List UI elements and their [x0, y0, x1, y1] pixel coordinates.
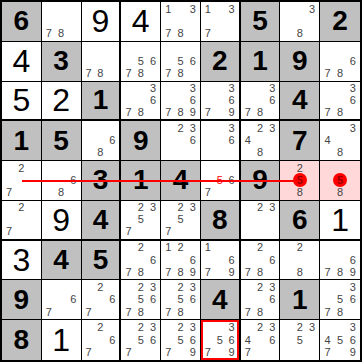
candidate-empty [83, 55, 95, 67]
candidate-empty [174, 3, 186, 15]
candidate-empty [162, 43, 174, 55]
cell-r3c6[interactable]: 3679 [201, 82, 241, 122]
candidate-6: 6 [147, 334, 159, 347]
cell-r4c8[interactable]: 7 [280, 121, 320, 161]
candidate-empty [214, 266, 226, 278]
candidate-empty [83, 321, 95, 334]
candidate-6: 6 [67, 294, 79, 306]
given-digit: 1 [133, 166, 149, 194]
candidate-3: 3 [346, 122, 359, 134]
given-digit: 2 [332, 7, 348, 35]
candidate-empty [94, 122, 106, 134]
candidate-empty [214, 242, 226, 254]
candidate-empty [254, 214, 266, 226]
cell-r1c9[interactable]: 2 [320, 2, 360, 42]
cell-r8c7[interactable]: 23678 [241, 280, 281, 320]
candidate-5: 5 [214, 174, 226, 186]
cell-r2c6[interactable]: 2 [201, 42, 241, 82]
cell-r9c1[interactable]: 8 [2, 320, 42, 360]
cell-r5c6[interactable]: 567 [201, 161, 241, 201]
given-digit: 6 [14, 7, 30, 35]
candidate-3: 3 [187, 83, 199, 95]
candidate-empty [321, 294, 334, 306]
cell-r3c4[interactable]: 3678 [121, 82, 161, 122]
candidate-empty [106, 67, 118, 79]
candidate-empty [202, 254, 214, 266]
candidate-2: 2 [15, 202, 27, 214]
candidate-empty [67, 187, 79, 199]
candidate-2: 2 [294, 162, 306, 174]
cell-r1c5[interactable]: 1378 [161, 2, 201, 42]
cell-r9c6[interactable]: 35679 [201, 320, 241, 360]
candidate-empty [242, 242, 254, 254]
cell-r6c4[interactable]: 2357 [121, 201, 161, 241]
candidate-1: 1 [202, 3, 214, 15]
candidate-8: 8 [294, 266, 306, 278]
candidate-empty [202, 147, 214, 159]
candidate-empty [281, 187, 293, 199]
candidate-7: 7 [162, 346, 174, 359]
candidate-empty [187, 226, 199, 238]
candidate-4: 4 [321, 135, 334, 147]
candidate-empty [214, 254, 226, 266]
candidate-empty [135, 83, 147, 95]
cell-r3c9[interactable]: 3678 [320, 82, 360, 122]
candidate-7: 7 [122, 266, 134, 278]
cell-r5c7[interactable]: 9 [241, 161, 281, 201]
cell-r7c2[interactable]: 4 [42, 241, 82, 281]
candidate-3: 3 [346, 321, 359, 334]
candidate-empty [15, 226, 27, 238]
cell-r1c7[interactable]: 5 [241, 2, 281, 42]
candidate-2: 2 [15, 162, 27, 174]
candidate-7: 7 [321, 266, 334, 278]
cell-r8c6[interactable]: 4 [201, 280, 241, 320]
cell-r3c5[interactable]: 36789 [161, 82, 201, 122]
candidate-empty [55, 162, 67, 174]
candidate-1: 1 [202, 242, 214, 254]
candidate-empty [162, 147, 174, 159]
cell-r5c2[interactable]: 68 [42, 161, 82, 201]
solved-digit: 4 [12, 45, 30, 77]
candidate-8: 8 [334, 67, 347, 79]
candidate-empty [214, 147, 226, 159]
candidate-grid: 36789 [162, 83, 199, 119]
candidate-empty [106, 147, 118, 159]
candidate-empty [346, 106, 359, 118]
candidate-empty [43, 294, 55, 306]
candidate-3: 3 [187, 3, 199, 15]
cell-r8c4[interactable]: 235678 [121, 280, 161, 320]
candidate-empty [122, 321, 134, 334]
candidate-empty [242, 294, 254, 306]
candidate-9: 9 [187, 266, 199, 278]
cell-r4c6[interactable]: 36 [201, 121, 241, 161]
given-digit: 2 [212, 47, 228, 75]
cell-r6c7[interactable]: 23 [241, 201, 281, 241]
candidate-empty [94, 43, 106, 55]
candidate-8: 8 [334, 147, 347, 159]
candidate-2: 2 [135, 202, 147, 214]
candidate-7: 7 [242, 266, 254, 278]
candidate-empty [321, 83, 334, 95]
candidate-7: 7 [43, 306, 55, 318]
candidate-empty [28, 202, 40, 214]
cell-r5c8[interactable]: 258 [280, 161, 320, 201]
given-digit: 5 [53, 127, 69, 155]
candidate-7: 7 [202, 28, 214, 40]
candidate-empty [242, 254, 254, 266]
candidate-grid: 235678 [162, 281, 199, 318]
candidate-empty [214, 94, 226, 106]
candidate-6: 6 [266, 94, 278, 106]
cell-r3c7[interactable]: 3678 [241, 82, 281, 122]
cell-r1c6[interactable]: 137 [201, 2, 241, 42]
candidate-grid: 27 [3, 162, 40, 199]
candidate-empty [306, 242, 318, 254]
candidate-empty [266, 147, 278, 159]
cell-r7c8[interactable]: 28 [280, 241, 320, 281]
candidate-7: 7 [83, 346, 95, 359]
candidate-empty [28, 162, 40, 174]
candidate-7: 7 [162, 106, 174, 118]
candidate-empty [214, 135, 226, 147]
given-digit: 4 [173, 166, 189, 194]
candidate-6: 6 [187, 334, 199, 347]
candidate-7: 7 [83, 306, 95, 318]
cell-r6c2[interactable]: 9 [42, 201, 82, 241]
candidate-empty [242, 214, 254, 226]
candidate-grid: 68 [83, 122, 119, 159]
candidate-3: 3 [187, 122, 199, 134]
candidate-empty [294, 254, 306, 266]
cell-r2c7[interactable]: 1 [241, 42, 281, 82]
candidate-empty [122, 334, 134, 347]
cell-r5c1[interactable]: 27 [2, 161, 42, 201]
candidate-6: 6 [187, 55, 199, 67]
candidate-5-circled: 5 [294, 174, 306, 186]
candidate-3: 3 [187, 321, 199, 334]
candidate-empty [67, 162, 79, 174]
candidate-empty [321, 43, 334, 55]
candidate-empty [266, 226, 278, 238]
candidate-8: 8 [254, 147, 266, 159]
candidate-empty [135, 226, 147, 238]
candidate-grid: 28 [281, 242, 318, 279]
candidate-empty [162, 254, 174, 266]
candidate-empty [28, 174, 40, 186]
given-digit: 1 [292, 286, 308, 314]
solved-digit: 3 [12, 244, 30, 276]
candidate-empty [202, 162, 214, 174]
given-digit: 1 [252, 47, 268, 75]
candidate-grid: 58 [321, 162, 359, 199]
candidate-8: 8 [334, 266, 347, 278]
candidate-empty [334, 122, 347, 134]
candidate-empty [334, 135, 347, 147]
given-digit: 6 [292, 206, 308, 234]
candidate-2: 2 [174, 122, 186, 134]
candidate-grid: 5678 [162, 43, 199, 80]
candidate-7: 7 [202, 266, 214, 278]
given-digit: 5 [93, 246, 109, 274]
candidate-7: 7 [202, 106, 214, 118]
candidate-empty [135, 94, 147, 106]
candidate-empty [187, 28, 199, 40]
candidate-empty [55, 281, 67, 293]
candidate-empty [202, 174, 214, 186]
candidate-grid: 2678 [242, 242, 279, 279]
candidate-empty [266, 135, 278, 147]
cell-r8c2[interactable]: 67 [42, 280, 82, 320]
candidate-empty [226, 28, 238, 40]
cell-r1c2[interactable]: 78 [42, 2, 82, 42]
candidate-7: 7 [162, 266, 174, 278]
candidate-empty [214, 28, 226, 40]
candidate-empty [226, 15, 238, 27]
cell-r9c4[interactable]: 23567 [121, 320, 161, 360]
candidate-empty [162, 202, 174, 214]
cell-r6c1[interactable]: 27 [2, 201, 42, 241]
cell-r5c3[interactable]: 3 [82, 161, 122, 201]
cell-r5c4[interactable]: 1 [121, 161, 161, 201]
cell-r3c3[interactable]: 1 [82, 82, 122, 122]
cell-r3c8[interactable]: 4 [280, 82, 320, 122]
cell-r7c1[interactable]: 3 [2, 241, 42, 281]
cell-r2c9[interactable]: 678 [320, 42, 360, 82]
candidate-empty [242, 281, 254, 293]
candidate-empty [321, 254, 334, 266]
candidate-empty [306, 187, 318, 199]
candidate-empty [43, 3, 55, 15]
cell-r8c5[interactable]: 235678 [161, 280, 201, 320]
candidate-empty [106, 43, 118, 55]
candidate-2: 2 [174, 321, 186, 334]
candidate-empty [162, 55, 174, 67]
candidate-6: 6 [147, 94, 159, 106]
given-digit: 4 [212, 286, 228, 314]
candidate-empty [147, 306, 159, 318]
candidate-empty [28, 214, 40, 226]
cell-r7c5[interactable]: 126789 [161, 241, 201, 281]
candidate-empty [174, 83, 186, 95]
cell-r9c9[interactable]: 345679 [320, 320, 360, 360]
candidate-empty [43, 162, 55, 174]
cell-r4c9[interactable]: 348 [320, 121, 360, 161]
candidate-empty [43, 281, 55, 293]
candidate-2: 2 [174, 202, 186, 214]
candidate-7: 7 [162, 306, 174, 318]
candidate-empty [83, 334, 95, 347]
candidate-empty [321, 122, 334, 134]
candidate-empty [281, 334, 293, 347]
given-digit: 3 [53, 47, 69, 75]
candidate-2: 2 [135, 242, 147, 254]
candidate-empty [334, 43, 347, 55]
solved-digit: 1 [331, 204, 349, 236]
cell-r8c9[interactable]: 35678 [320, 280, 360, 320]
candidate-empty [242, 147, 254, 159]
candidate-empty [266, 306, 278, 318]
candidate-empty [122, 83, 134, 95]
candidate-empty [202, 334, 214, 347]
candidate-empty [294, 15, 306, 27]
candidate-empty [162, 135, 174, 147]
candidate-empty [174, 226, 186, 238]
candidate-3: 3 [346, 281, 359, 293]
candidate-empty [202, 122, 214, 134]
candidate-empty [321, 187, 334, 199]
cell-r3c2[interactable]: 2 [42, 82, 82, 122]
cell-r7c3[interactable]: 5 [82, 241, 122, 281]
cell-r4c2[interactable]: 5 [42, 121, 82, 161]
candidate-5: 5 [174, 294, 186, 306]
cell-r9c5[interactable]: 235679 [161, 320, 201, 360]
cell-r1c1[interactable]: 6 [2, 2, 42, 42]
cell-r1c8[interactable]: 38 [280, 2, 320, 42]
candidate-empty [334, 83, 347, 95]
cell-r6c6[interactable]: 8 [201, 201, 241, 241]
cell-r2c2[interactable]: 3 [42, 42, 82, 82]
candidate-7: 7 [122, 106, 134, 118]
candidate-9: 9 [346, 346, 359, 359]
candidate-empty [174, 135, 186, 147]
candidate-8: 8 [94, 147, 106, 159]
cell-r2c3[interactable]: 78 [82, 42, 122, 82]
cell-r8c8[interactable]: 1 [280, 280, 320, 320]
candidate-empty [147, 346, 159, 359]
solved-digit: 5 [12, 84, 30, 116]
cell-r8c1[interactable]: 9 [2, 280, 42, 320]
candidate-empty [281, 162, 293, 174]
candidate-empty [187, 43, 199, 55]
candidate-empty [94, 334, 106, 347]
cell-r8c3[interactable]: 267 [82, 280, 122, 320]
candidate-6: 6 [266, 294, 278, 306]
candidate-2: 2 [254, 242, 266, 254]
cell-r3c1[interactable]: 5 [2, 82, 42, 122]
cell-r2c1[interactable]: 4 [2, 42, 42, 82]
candidate-6: 6 [226, 94, 238, 106]
cell-r6c5[interactable]: 2357 [161, 201, 201, 241]
candidate-2: 2 [135, 321, 147, 334]
cell-r4c7[interactable]: 2348 [241, 121, 281, 161]
candidate-grid: 2357 [122, 202, 159, 238]
cell-r7c4[interactable]: 2678 [121, 241, 161, 281]
candidate-8: 8 [334, 187, 347, 199]
cell-r1c3[interactable]: 9 [82, 2, 122, 42]
cell-r2c8[interactable]: 9 [280, 42, 320, 82]
cell-r7c9[interactable]: 6789 [320, 241, 360, 281]
candidate-7: 7 [321, 346, 334, 359]
cell-r2c4[interactable]: 5678 [121, 42, 161, 82]
cell-r6c8[interactable]: 6 [280, 201, 320, 241]
candidate-empty [187, 306, 199, 318]
candidate-2: 2 [174, 281, 186, 293]
candidate-8: 8 [254, 306, 266, 318]
candidate-3: 3 [226, 83, 238, 95]
candidate-2: 2 [254, 281, 266, 293]
candidate-2: 2 [254, 122, 266, 134]
candidate-empty [147, 266, 159, 278]
candidate-empty [214, 3, 226, 15]
candidate-empty [242, 94, 254, 106]
candidate-empty [334, 55, 347, 67]
candidate-empty [214, 187, 226, 199]
cell-r9c7[interactable]: 23467 [241, 320, 281, 360]
candidate-7: 7 [162, 28, 174, 40]
cell-r4c3[interactable]: 68 [82, 121, 122, 161]
candidate-7: 7 [122, 226, 134, 238]
candidate-empty [254, 254, 266, 266]
candidate-6: 6 [226, 254, 238, 266]
cell-r4c1[interactable]: 1 [2, 121, 42, 161]
solved-digit: 1 [52, 324, 70, 356]
given-digit: 3 [93, 166, 109, 194]
candidate-empty [67, 281, 79, 293]
cell-r4c4[interactable]: 9 [121, 121, 161, 161]
candidate-empty [122, 254, 134, 266]
candidate-empty [334, 94, 347, 106]
cell-r9c2[interactable]: 1 [42, 320, 82, 360]
candidate-empty [226, 242, 238, 254]
cell-r7c7[interactable]: 2678 [241, 241, 281, 281]
candidate-grid: 345679 [321, 321, 359, 359]
cell-r5c9[interactable]: 58 [320, 161, 360, 201]
cell-r6c3[interactable]: 4 [82, 201, 122, 241]
candidate-empty [266, 266, 278, 278]
cell-r9c3[interactable]: 267 [82, 320, 122, 360]
candidate-6: 6 [187, 94, 199, 106]
candidate-5: 5 [135, 55, 147, 67]
cell-r4c5[interactable]: 236 [161, 121, 201, 161]
cell-r5c5[interactable]: 4 [161, 161, 201, 201]
candidate-8: 8 [135, 106, 147, 118]
candidate-7: 7 [202, 187, 214, 199]
candidate-empty [321, 94, 334, 106]
candidate-empty [346, 67, 359, 79]
candidate-grid: 3678 [321, 83, 359, 119]
candidate-7: 7 [43, 28, 55, 40]
candidate-empty [321, 174, 334, 186]
candidate-empty [135, 43, 147, 55]
candidate-empty [15, 214, 27, 226]
candidate-8: 8 [254, 106, 266, 118]
candidate-empty [321, 242, 334, 254]
sudoku-board: 6789413781375382437856785678219678521367… [0, 0, 362, 362]
candidate-6: 6 [346, 94, 359, 106]
candidate-empty [321, 147, 334, 159]
candidate-empty [281, 28, 293, 40]
cell-r1c4[interactable]: 4 [121, 2, 161, 42]
candidate-3: 3 [306, 3, 318, 15]
candidate-5: 5 [334, 294, 347, 306]
candidate-grid: 3678 [122, 83, 159, 119]
candidate-8: 8 [254, 266, 266, 278]
cell-r7c6[interactable]: 1679 [201, 241, 241, 281]
candidate-3: 3 [266, 122, 278, 134]
cell-r6c9[interactable]: 1 [320, 201, 360, 241]
candidate-empty [187, 147, 199, 159]
cell-r2c5[interactable]: 5678 [161, 42, 201, 82]
cell-r9c8[interactable]: 235 [280, 320, 320, 360]
candidate-empty [83, 294, 95, 306]
candidate-empty [306, 174, 318, 186]
candidate-empty [266, 346, 278, 359]
candidate-7: 7 [321, 306, 334, 318]
solved-digit: 9 [52, 204, 70, 236]
candidate-grid: 2348 [242, 122, 279, 159]
